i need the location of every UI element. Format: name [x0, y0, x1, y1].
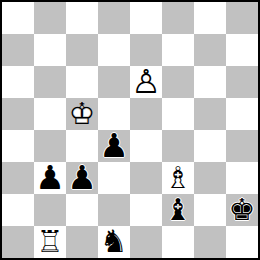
- square-d1[interactable]: ♞: [98, 226, 130, 258]
- square-d7[interactable]: [98, 34, 130, 66]
- black-pawn-glyph: ♟: [98, 130, 130, 162]
- black-pawn[interactable]: ♟: [66, 162, 98, 194]
- square-f4[interactable]: [162, 130, 194, 162]
- square-c6[interactable]: [66, 66, 98, 98]
- square-e6[interactable]: ♟♙: [130, 66, 162, 98]
- square-a8[interactable]: [2, 2, 34, 34]
- square-d8[interactable]: [98, 2, 130, 34]
- square-b3[interactable]: ♟: [34, 162, 66, 194]
- square-b2[interactable]: [34, 194, 66, 226]
- chess-board: ♟♙♚♔♟♟♟♝♗♝♚♜♖♞: [0, 0, 260, 260]
- square-h1[interactable]: [226, 226, 258, 258]
- square-g7[interactable]: [194, 34, 226, 66]
- square-g1[interactable]: [194, 226, 226, 258]
- square-a5[interactable]: [2, 98, 34, 130]
- square-g6[interactable]: [194, 66, 226, 98]
- white-pawn-outline: ♙: [130, 66, 162, 98]
- white-rook-outline: ♖: [34, 226, 66, 258]
- white-bishop-outline: ♗: [162, 162, 194, 194]
- square-c7[interactable]: [66, 34, 98, 66]
- white-pawn[interactable]: ♟♙: [130, 66, 162, 98]
- square-e3[interactable]: [130, 162, 162, 194]
- square-f6[interactable]: [162, 66, 194, 98]
- black-king[interactable]: ♚: [226, 194, 258, 226]
- square-a4[interactable]: [2, 130, 34, 162]
- square-d3[interactable]: [98, 162, 130, 194]
- square-f2[interactable]: ♝: [162, 194, 194, 226]
- square-e1[interactable]: [130, 226, 162, 258]
- square-a1[interactable]: [2, 226, 34, 258]
- square-h2[interactable]: ♚: [226, 194, 258, 226]
- square-b8[interactable]: [34, 2, 66, 34]
- black-pawn-glyph: ♟: [66, 162, 98, 194]
- black-pawn-glyph: ♟: [34, 162, 66, 194]
- square-a3[interactable]: [2, 162, 34, 194]
- square-d2[interactable]: [98, 194, 130, 226]
- square-d4[interactable]: ♟: [98, 130, 130, 162]
- square-f5[interactable]: [162, 98, 194, 130]
- black-bishop-glyph: ♝: [162, 194, 194, 226]
- square-f8[interactable]: [162, 2, 194, 34]
- square-f1[interactable]: [162, 226, 194, 258]
- square-c2[interactable]: [66, 194, 98, 226]
- square-h3[interactable]: [226, 162, 258, 194]
- square-h5[interactable]: [226, 98, 258, 130]
- square-c1[interactable]: [66, 226, 98, 258]
- square-b6[interactable]: [34, 66, 66, 98]
- square-c8[interactable]: [66, 2, 98, 34]
- black-knight-glyph: ♞: [98, 226, 130, 258]
- black-bishop[interactable]: ♝: [162, 194, 194, 226]
- square-b5[interactable]: [34, 98, 66, 130]
- black-pawn[interactable]: ♟: [34, 162, 66, 194]
- square-f7[interactable]: [162, 34, 194, 66]
- square-b7[interactable]: [34, 34, 66, 66]
- black-knight[interactable]: ♞: [98, 226, 130, 258]
- square-e5[interactable]: [130, 98, 162, 130]
- square-f3[interactable]: ♝♗: [162, 162, 194, 194]
- white-rook[interactable]: ♜♖: [34, 226, 66, 258]
- square-g4[interactable]: [194, 130, 226, 162]
- square-a7[interactable]: [2, 34, 34, 66]
- square-e8[interactable]: [130, 2, 162, 34]
- square-h4[interactable]: [226, 130, 258, 162]
- square-b1[interactable]: ♜♖: [34, 226, 66, 258]
- square-a2[interactable]: [2, 194, 34, 226]
- square-c5[interactable]: ♚♔: [66, 98, 98, 130]
- black-king-glyph: ♚: [226, 194, 258, 226]
- square-a6[interactable]: [2, 66, 34, 98]
- square-g8[interactable]: [194, 2, 226, 34]
- white-king-outline: ♔: [66, 98, 98, 130]
- square-e2[interactable]: [130, 194, 162, 226]
- square-g3[interactable]: [194, 162, 226, 194]
- square-h6[interactable]: [226, 66, 258, 98]
- square-g5[interactable]: [194, 98, 226, 130]
- square-e4[interactable]: [130, 130, 162, 162]
- black-pawn[interactable]: ♟: [98, 130, 130, 162]
- square-h7[interactable]: [226, 34, 258, 66]
- white-bishop[interactable]: ♝♗: [162, 162, 194, 194]
- square-g2[interactable]: [194, 194, 226, 226]
- white-king[interactable]: ♚♔: [66, 98, 98, 130]
- square-c3[interactable]: ♟: [66, 162, 98, 194]
- square-d6[interactable]: [98, 66, 130, 98]
- square-h8[interactable]: [226, 2, 258, 34]
